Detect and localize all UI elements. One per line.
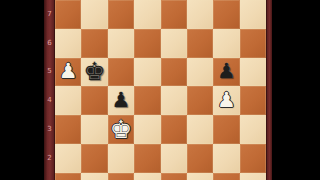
square-f7[interactable] xyxy=(187,0,213,29)
square-h1[interactable] xyxy=(240,173,266,180)
square-b2[interactable] xyxy=(81,144,107,173)
square-c7[interactable] xyxy=(108,0,134,29)
square-c3[interactable]: ♚ xyxy=(108,115,134,144)
square-d7[interactable] xyxy=(134,0,160,29)
rank-labels-column: 765432 xyxy=(44,0,55,173)
square-g6[interactable] xyxy=(213,29,239,58)
square-a7[interactable] xyxy=(55,0,81,29)
square-a5[interactable]: ♟ xyxy=(55,58,81,87)
square-b4[interactable] xyxy=(81,86,107,115)
square-c4[interactable]: ♟ xyxy=(108,86,134,115)
chessboard-area: 765432 ♟♚♟♟♟♚ xyxy=(44,0,272,180)
square-e4[interactable] xyxy=(161,86,187,115)
square-b5[interactable]: ♚ xyxy=(81,58,107,87)
square-a3[interactable] xyxy=(55,115,81,144)
square-e5[interactable] xyxy=(161,58,187,87)
rank-label-2: 2 xyxy=(44,144,55,173)
square-g1[interactable] xyxy=(213,173,239,180)
square-g3[interactable] xyxy=(213,115,239,144)
square-a4[interactable] xyxy=(55,86,81,115)
square-h5[interactable] xyxy=(240,58,266,87)
square-h4[interactable] xyxy=(240,86,266,115)
square-f6[interactable] xyxy=(187,29,213,58)
square-c6[interactable] xyxy=(108,29,134,58)
square-c2[interactable] xyxy=(108,144,134,173)
square-d6[interactable] xyxy=(134,29,160,58)
rank-label-3: 3 xyxy=(44,115,55,144)
square-f4[interactable] xyxy=(187,86,213,115)
letterbox-left-bar xyxy=(0,0,44,180)
letterbox-right-bar xyxy=(272,0,320,180)
square-h3[interactable] xyxy=(240,115,266,144)
rank-label-4: 4 xyxy=(44,86,55,115)
square-f5[interactable] xyxy=(187,58,213,87)
square-f2[interactable] xyxy=(187,144,213,173)
square-a2[interactable] xyxy=(55,144,81,173)
square-e3[interactable] xyxy=(161,115,187,144)
video-frame: 765432 ♟♚♟♟♟♚ xyxy=(0,0,320,180)
square-h6[interactable] xyxy=(240,29,266,58)
square-f1[interactable] xyxy=(187,173,213,180)
square-e1[interactable] xyxy=(161,173,187,180)
square-g7[interactable] xyxy=(213,0,239,29)
board-frame-right xyxy=(266,0,272,180)
square-b6[interactable] xyxy=(81,29,107,58)
square-g4[interactable]: ♟ xyxy=(213,86,239,115)
square-e2[interactable] xyxy=(161,144,187,173)
square-a6[interactable] xyxy=(55,29,81,58)
rank-label-5: 5 xyxy=(44,58,55,87)
rank-label-7: 7 xyxy=(44,0,55,29)
black-pawn-c4: ♟ xyxy=(112,90,131,111)
chess-board: ♟♚♟♟♟♚ xyxy=(55,0,266,180)
white-king-c3: ♚ xyxy=(110,117,132,142)
black-king-b5: ♚ xyxy=(83,59,105,84)
square-d5[interactable] xyxy=(134,58,160,87)
square-e6[interactable] xyxy=(161,29,187,58)
white-pawn-a5: ♟ xyxy=(59,61,78,82)
square-h7[interactable] xyxy=(240,0,266,29)
square-b1[interactable] xyxy=(81,173,107,180)
square-a1[interactable] xyxy=(55,173,81,180)
square-b7[interactable] xyxy=(81,0,107,29)
square-d3[interactable] xyxy=(134,115,160,144)
square-d4[interactable] xyxy=(134,86,160,115)
square-g5[interactable]: ♟ xyxy=(213,58,239,87)
white-pawn-g4: ♟ xyxy=(217,90,236,111)
square-d1[interactable] xyxy=(134,173,160,180)
square-e7[interactable] xyxy=(161,0,187,29)
square-c1[interactable] xyxy=(108,173,134,180)
square-d2[interactable] xyxy=(134,144,160,173)
board-clip: ♟♚♟♟♟♚ xyxy=(55,0,266,180)
square-c5[interactable] xyxy=(108,58,134,87)
square-g2[interactable] xyxy=(213,144,239,173)
rank-label-6: 6 xyxy=(44,29,55,58)
black-pawn-g5: ♟ xyxy=(217,61,236,82)
square-h2[interactable] xyxy=(240,144,266,173)
square-f3[interactable] xyxy=(187,115,213,144)
square-b3[interactable] xyxy=(81,115,107,144)
